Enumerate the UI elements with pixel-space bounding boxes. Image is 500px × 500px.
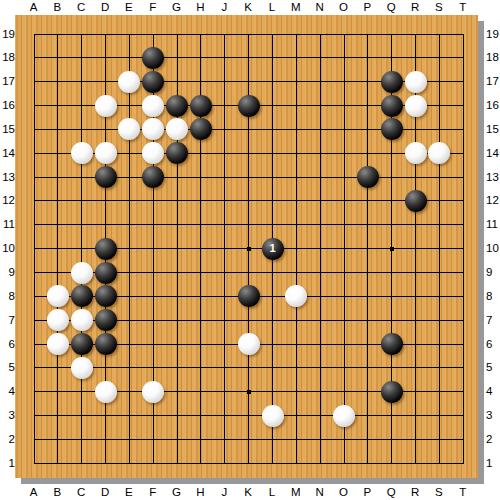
row-label-left-2: 2: [0, 433, 15, 445]
row-label-right-13: 13: [486, 171, 499, 183]
row-label-right-10: 10: [486, 242, 499, 254]
col-label-top-R: R: [411, 1, 419, 13]
black-stone-H15[interactable]: [190, 118, 212, 140]
col-label-bottom-S: S: [435, 486, 443, 498]
black-stone-D10[interactable]: [95, 238, 117, 260]
black-stone-Q16[interactable]: [381, 95, 403, 117]
black-stone-C8[interactable]: [71, 285, 93, 307]
move-number-label: 1: [269, 243, 275, 254]
col-label-top-B: B: [54, 1, 62, 13]
black-stone-Q17[interactable]: [381, 71, 403, 93]
col-label-bottom-N: N: [316, 486, 324, 498]
white-stone-M8[interactable]: [285, 285, 307, 307]
black-stone-D6[interactable]: [95, 333, 117, 355]
star-point: [390, 247, 394, 251]
black-stone-Q6[interactable]: [381, 333, 403, 355]
grid-line-horizontal: [34, 439, 464, 440]
col-label-top-K: K: [244, 1, 252, 13]
col-label-bottom-P: P: [364, 486, 372, 498]
row-label-right-19: 19: [486, 28, 499, 40]
row-label-right-9: 9: [486, 266, 492, 278]
col-label-top-L: L: [269, 1, 275, 13]
col-label-bottom-Q: Q: [387, 486, 396, 498]
col-label-bottom-B: B: [54, 486, 62, 498]
col-label-top-G: G: [172, 1, 181, 13]
black-stone-F18[interactable]: [142, 47, 164, 69]
black-stone-D9[interactable]: [95, 262, 117, 284]
col-label-bottom-D: D: [101, 486, 109, 498]
row-label-left-3: 3: [0, 409, 15, 421]
col-label-bottom-A: A: [30, 486, 38, 498]
grid-line-horizontal: [34, 367, 464, 368]
star-point: [247, 390, 251, 394]
col-label-bottom-H: H: [196, 486, 204, 498]
row-label-right-2: 2: [486, 433, 492, 445]
white-stone-D16[interactable]: [95, 95, 117, 117]
row-label-right-8: 8: [486, 290, 492, 302]
black-stone-P13[interactable]: [357, 166, 379, 188]
row-label-left-1: 1: [0, 457, 15, 469]
col-label-bottom-G: G: [172, 486, 181, 498]
col-label-top-D: D: [101, 1, 109, 13]
col-label-bottom-R: R: [411, 486, 419, 498]
white-stone-F14[interactable]: [142, 142, 164, 164]
black-stone-D13[interactable]: [95, 166, 117, 188]
row-label-right-3: 3: [486, 409, 492, 421]
white-stone-R16[interactable]: [405, 95, 427, 117]
row-label-right-18: 18: [486, 51, 499, 63]
col-label-top-S: S: [435, 1, 443, 13]
grid-line-horizontal: [34, 415, 464, 416]
white-stone-F15[interactable]: [142, 118, 164, 140]
col-label-top-H: H: [196, 1, 204, 13]
white-stone-L3[interactable]: [262, 405, 284, 427]
black-stone-G14[interactable]: [166, 142, 188, 164]
col-label-top-O: O: [339, 1, 348, 13]
white-stone-C14[interactable]: [71, 142, 93, 164]
row-label-right-14: 14: [486, 147, 499, 159]
white-stone-B6[interactable]: [47, 333, 69, 355]
black-stone-D8[interactable]: [95, 285, 117, 307]
row-label-left-4: 4: [0, 385, 15, 397]
col-label-bottom-J: J: [221, 486, 227, 498]
white-stone-F4[interactable]: [142, 381, 164, 403]
black-stone-K16[interactable]: [238, 95, 260, 117]
white-stone-F16[interactable]: [142, 95, 164, 117]
white-stone-O3[interactable]: [333, 405, 355, 427]
white-stone-S14[interactable]: [428, 142, 450, 164]
row-label-left-14: 14: [0, 147, 15, 159]
col-label-top-F: F: [149, 1, 156, 13]
grid-line-vertical: [344, 34, 345, 464]
col-label-bottom-E: E: [125, 486, 133, 498]
white-stone-G15[interactable]: [166, 118, 188, 140]
grid-line-vertical: [320, 34, 321, 464]
col-label-bottom-O: O: [339, 486, 348, 498]
black-stone-C6[interactable]: [71, 333, 93, 355]
white-stone-D14[interactable]: [95, 142, 117, 164]
row-label-left-8: 8: [0, 290, 15, 302]
grid-line-horizontal: [34, 463, 464, 464]
grid-line-vertical: [463, 34, 464, 464]
col-label-bottom-K: K: [244, 486, 252, 498]
black-stone-Q15[interactable]: [381, 118, 403, 140]
white-stone-R14[interactable]: [405, 142, 427, 164]
black-stone-Q4[interactable]: [381, 381, 403, 403]
row-label-right-12: 12: [486, 194, 499, 206]
col-label-top-P: P: [364, 1, 372, 13]
row-label-left-17: 17: [0, 75, 15, 87]
black-stone-D7[interactable]: [95, 309, 117, 331]
white-stone-C5[interactable]: [71, 357, 93, 379]
row-label-right-15: 15: [486, 123, 499, 135]
black-stone-G16[interactable]: [166, 95, 188, 117]
col-label-top-C: C: [77, 1, 85, 13]
white-stone-D4[interactable]: [95, 381, 117, 403]
row-label-right-11: 11: [486, 218, 498, 230]
col-label-top-Q: Q: [387, 1, 396, 13]
white-stone-C7[interactable]: [71, 309, 93, 331]
col-label-bottom-L: L: [269, 486, 275, 498]
row-label-left-10: 10: [0, 242, 15, 254]
col-label-top-E: E: [125, 1, 133, 13]
black-stone-H16[interactable]: [190, 95, 212, 117]
black-stone-K8[interactable]: [238, 285, 260, 307]
black-stone-L10[interactable]: 1: [262, 238, 284, 260]
white-stone-K6[interactable]: [238, 333, 260, 355]
black-stone-R12[interactable]: [405, 190, 427, 212]
white-stone-B7[interactable]: [47, 309, 69, 331]
black-stone-F13[interactable]: [142, 166, 164, 188]
row-label-right-7: 7: [486, 314, 492, 326]
row-label-right-4: 4: [486, 385, 492, 397]
col-label-top-A: A: [30, 1, 38, 13]
col-label-top-T: T: [459, 1, 466, 13]
col-label-bottom-T: T: [459, 486, 466, 498]
row-label-left-16: 16: [0, 99, 15, 111]
go-board[interactable]: 1: [15, 15, 478, 478]
go-board-app: 1 ABCDEFGHJKLMNOPQRST ABCDEFGHJKLMNOPQRS…: [0, 0, 500, 500]
white-stone-E17[interactable]: [118, 71, 140, 93]
grid-line-vertical: [296, 34, 297, 464]
grid-line-vertical: [367, 34, 368, 464]
white-stone-B8[interactable]: [47, 285, 69, 307]
row-label-left-19: 19: [0, 28, 15, 40]
row-label-left-13: 13: [0, 171, 15, 183]
row-label-right-6: 6: [486, 338, 492, 350]
grid-line-vertical: [439, 34, 440, 464]
col-label-top-J: J: [221, 1, 227, 13]
col-label-bottom-M: M: [291, 486, 301, 498]
row-label-right-16: 16: [486, 99, 499, 111]
white-stone-R17[interactable]: [405, 71, 427, 93]
row-label-left-15: 15: [0, 123, 15, 135]
row-label-left-12: 12: [0, 194, 15, 206]
row-label-left-7: 7: [0, 314, 15, 326]
col-label-top-M: M: [291, 1, 301, 13]
row-label-right-17: 17: [486, 75, 499, 87]
white-stone-E15[interactable]: [118, 118, 140, 140]
black-stone-F17[interactable]: [142, 71, 164, 93]
row-label-left-5: 5: [0, 361, 15, 373]
row-label-left-18: 18: [0, 51, 15, 63]
star-point: [247, 247, 251, 251]
white-stone-C9[interactable]: [71, 262, 93, 284]
row-label-left-11: 11: [0, 218, 15, 230]
row-label-right-5: 5: [486, 361, 492, 373]
row-label-left-9: 9: [0, 266, 15, 278]
row-label-left-6: 6: [0, 338, 15, 350]
col-label-top-N: N: [316, 1, 324, 13]
row-label-right-1: 1: [486, 457, 492, 469]
col-label-bottom-C: C: [77, 486, 85, 498]
col-label-bottom-F: F: [149, 486, 156, 498]
